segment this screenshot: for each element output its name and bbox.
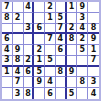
cell-r6c2[interactable]: 8 bbox=[13, 56, 24, 67]
cell-r8c7[interactable] bbox=[67, 77, 78, 88]
cell-r7c2[interactable]: 4 bbox=[13, 67, 24, 78]
cell-r5c5[interactable] bbox=[45, 45, 56, 56]
cell-r8c4[interactable]: 9 bbox=[34, 77, 45, 88]
cell-r2c4[interactable] bbox=[34, 13, 45, 24]
cell-r5c9[interactable]: 1 bbox=[88, 45, 99, 56]
cell-r1c6[interactable] bbox=[56, 2, 67, 13]
cell-r9c3[interactable]: 8 bbox=[24, 88, 35, 99]
cell-r8c6[interactable] bbox=[56, 77, 67, 88]
cell-r4c2[interactable] bbox=[13, 34, 24, 45]
cell-r2c8[interactable]: 3 bbox=[77, 13, 88, 24]
cell-r7c7[interactable]: 9 bbox=[67, 67, 78, 78]
cell-r3c8[interactable]: 4 bbox=[77, 24, 88, 35]
cell-r7c8[interactable] bbox=[77, 67, 88, 78]
cell-r5c8[interactable]: 5 bbox=[77, 45, 88, 56]
cell-r6c8[interactable] bbox=[77, 56, 88, 67]
cell-r6c6[interactable] bbox=[56, 56, 67, 67]
cell-r6c7[interactable] bbox=[67, 56, 78, 67]
cell-r2c5[interactable]: 1 bbox=[45, 13, 56, 24]
cell-r1c1[interactable]: 7 bbox=[2, 2, 13, 13]
cell-r3c9[interactable]: 8 bbox=[88, 24, 99, 35]
cell-r6c5[interactable]: 5 bbox=[45, 56, 56, 67]
cell-r8c1[interactable] bbox=[2, 77, 13, 88]
cell-r2c1[interactable]: 8 bbox=[2, 13, 13, 24]
cell-r6c4[interactable]: 1 bbox=[34, 56, 45, 67]
cell-r7c4[interactable]: 5 bbox=[34, 67, 45, 78]
cell-r2c7[interactable] bbox=[67, 13, 78, 24]
cell-r2c3[interactable] bbox=[24, 13, 35, 24]
cell-r5c4[interactable]: 2 bbox=[34, 45, 45, 56]
cell-r7c1[interactable]: 1 bbox=[2, 67, 13, 78]
cell-r7c3[interactable]: 6 bbox=[24, 67, 35, 78]
cell-r8c9[interactable]: 3 bbox=[88, 77, 99, 88]
cell-r9c2[interactable]: 3 bbox=[13, 88, 24, 99]
cell-r8c8[interactable]: 8 bbox=[77, 77, 88, 88]
cell-r6c1[interactable]: 3 bbox=[2, 56, 13, 67]
sudoku-grid: 7421982153367248674829492651382157146589… bbox=[2, 2, 99, 99]
cell-r9c8[interactable] bbox=[77, 88, 88, 99]
cell-r2c2[interactable]: 2 bbox=[13, 13, 24, 24]
cell-r4c5[interactable]: 7 bbox=[45, 34, 56, 45]
cell-r5c3[interactable] bbox=[24, 45, 35, 56]
cell-r3c6[interactable]: 7 bbox=[56, 24, 67, 35]
cell-r9c9[interactable]: 4 bbox=[88, 88, 99, 99]
cell-r3c1[interactable] bbox=[2, 24, 13, 35]
cell-r1c9[interactable] bbox=[88, 2, 99, 13]
cell-r4c4[interactable] bbox=[34, 34, 45, 45]
cell-r3c2[interactable] bbox=[13, 24, 24, 35]
cell-r4c6[interactable]: 4 bbox=[56, 34, 67, 45]
cell-r3c5[interactable] bbox=[45, 24, 56, 35]
cell-r4c8[interactable]: 2 bbox=[77, 34, 88, 45]
cell-r4c1[interactable]: 6 bbox=[2, 34, 13, 45]
cell-r6c3[interactable]: 2 bbox=[24, 56, 35, 67]
cell-r3c4[interactable]: 6 bbox=[34, 24, 45, 35]
cell-r9c5[interactable]: 6 bbox=[45, 88, 56, 99]
cell-r1c7[interactable]: 1 bbox=[67, 2, 78, 13]
cell-r1c2[interactable] bbox=[13, 2, 24, 13]
cell-r1c3[interactable]: 4 bbox=[24, 2, 35, 13]
cell-r1c8[interactable]: 9 bbox=[77, 2, 88, 13]
cell-r4c7[interactable]: 8 bbox=[67, 34, 78, 45]
cell-r5c1[interactable]: 4 bbox=[2, 45, 13, 56]
cell-r3c7[interactable]: 2 bbox=[67, 24, 78, 35]
cell-r5c2[interactable]: 9 bbox=[13, 45, 24, 56]
cell-r7c9[interactable] bbox=[88, 67, 99, 78]
sudoku-board-frame: 7421982153367248674829492651382157146589… bbox=[0, 0, 101, 101]
cell-r5c7[interactable] bbox=[67, 45, 78, 56]
cell-r8c5[interactable]: 4 bbox=[45, 77, 56, 88]
cell-r9c7[interactable]: 5 bbox=[67, 88, 78, 99]
cell-r9c1[interactable] bbox=[2, 88, 13, 99]
cell-r4c9[interactable]: 9 bbox=[88, 34, 99, 45]
cell-r6c9[interactable]: 7 bbox=[88, 56, 99, 67]
cell-r9c4[interactable] bbox=[34, 88, 45, 99]
cell-r1c5[interactable]: 2 bbox=[45, 2, 56, 13]
cell-r8c2[interactable]: 7 bbox=[13, 77, 24, 88]
cell-r7c6[interactable]: 8 bbox=[56, 67, 67, 78]
cell-r7c5[interactable] bbox=[45, 67, 56, 78]
cell-r2c9[interactable] bbox=[88, 13, 99, 24]
cell-r1c4[interactable] bbox=[34, 2, 45, 13]
cell-r2c6[interactable]: 5 bbox=[56, 13, 67, 24]
cell-r8c3[interactable] bbox=[24, 77, 35, 88]
cell-r5c6[interactable]: 6 bbox=[56, 45, 67, 56]
cell-r4c3[interactable] bbox=[24, 34, 35, 45]
cell-r9c6[interactable] bbox=[56, 88, 67, 99]
cell-r3c3[interactable]: 3 bbox=[24, 24, 35, 35]
